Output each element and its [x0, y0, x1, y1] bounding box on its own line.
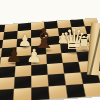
white-rook[interactable]: ♜ [76, 34, 92, 52]
piece-layer: ♝♟♟♟♟♛♜ [0, 0, 100, 100]
dark-pawn[interactable]: ♟ [5, 46, 22, 65]
chess-photo-stage: ♝♟♟♟♟♛♜ [0, 0, 100, 100]
white-pawn-b[interactable]: ♟ [26, 47, 42, 65]
